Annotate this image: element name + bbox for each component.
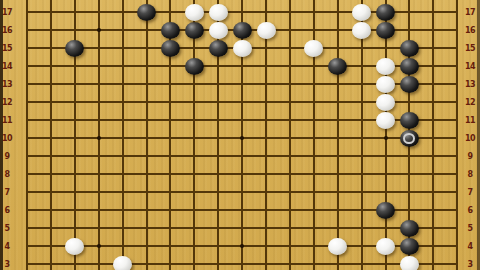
star-point [97,244,101,248]
go-stone-black-o14[interactable] [328,58,347,75]
go-stone-black-r5[interactable] [400,220,419,237]
last-move-circle-marker [403,133,415,144]
go-stone-black-r13[interactable] [400,76,419,93]
row-label-right: 10 [462,134,478,143]
row-label-right: 12 [462,98,478,107]
grid-line-vertical [26,0,28,270]
go-stone-white-j17[interactable] [209,4,228,21]
grid-line-horizontal [26,173,458,175]
grid-line-vertical [193,0,195,270]
row-label-right: 4 [462,242,478,251]
grid-line-horizontal [26,155,458,157]
star-point [97,136,101,140]
grid-line-vertical [98,0,100,270]
go-stone-black-g16[interactable] [161,22,180,39]
go-stone-white-l16[interactable] [257,22,276,39]
row-label-right: 5 [462,224,478,233]
screen-edge-left [0,0,3,270]
grid-line-vertical [456,0,458,270]
go-stone-white-q11[interactable] [376,112,395,129]
go-stone-white-r3[interactable] [400,256,419,270]
row-label-right: 15 [462,44,478,53]
grid-line-horizontal [26,263,458,265]
go-stone-black-r14[interactable] [400,58,419,75]
go-stone-black-g15[interactable] [161,40,180,57]
grid-line-vertical [122,0,124,270]
go-board-screen: 1717161615151414131312121111101099887766… [0,0,480,270]
go-board[interactable]: 1717161615151414131312121111101099887766… [0,0,480,270]
go-stone-black-r4[interactable] [400,238,419,255]
row-label-right: 9 [462,152,478,161]
star-point [240,136,244,140]
grid-line-vertical [146,0,148,270]
go-stone-black-r11[interactable] [400,112,419,129]
go-stone-white-q4[interactable] [376,238,395,255]
go-stone-black-k16[interactable] [233,22,252,39]
grid-line-vertical [265,0,267,270]
row-label-right: 3 [462,260,478,269]
row-label-right: 7 [462,188,478,197]
go-stone-black-r15[interactable] [400,40,419,57]
go-stone-black-r10[interactable] [400,130,419,147]
grid-line-vertical [385,0,387,270]
go-stone-white-c4[interactable] [65,238,84,255]
go-stone-black-c15[interactable] [65,40,84,57]
row-label-right: 13 [462,80,478,89]
go-stone-black-q16[interactable] [376,22,395,39]
row-label-right: 17 [462,8,478,17]
star-point [240,244,244,248]
go-stone-black-q17[interactable] [376,4,395,21]
go-stone-black-q6[interactable] [376,202,395,219]
star-point [97,28,101,32]
row-label-right: 14 [462,62,478,71]
go-stone-black-f17[interactable] [137,4,156,21]
star-point [384,136,388,140]
go-stone-white-k15[interactable] [233,40,252,57]
go-stone-white-n15[interactable] [304,40,323,57]
row-label-right: 8 [462,170,478,179]
go-stone-white-q14[interactable] [376,58,395,75]
go-stone-black-h16[interactable] [185,22,204,39]
go-stone-black-h14[interactable] [185,58,204,75]
go-stone-white-p17[interactable] [352,4,371,21]
go-stone-white-e3[interactable] [113,256,132,270]
grid-line-vertical [289,0,291,270]
go-stone-black-j15[interactable] [209,40,228,57]
go-stone-white-o4[interactable] [328,238,347,255]
grid-line-vertical [432,0,434,270]
go-stone-white-h17[interactable] [185,4,204,21]
go-stone-white-p16[interactable] [352,22,371,39]
go-stone-white-j16[interactable] [209,22,228,39]
grid-line-vertical [361,0,363,270]
row-label-right: 11 [462,116,478,125]
row-label-right: 16 [462,26,478,35]
go-stone-white-q12[interactable] [376,94,395,111]
grid-line-vertical [50,0,52,270]
go-stone-white-q13[interactable] [376,76,395,93]
grid-line-horizontal [26,191,458,193]
grid-line-vertical [337,0,339,270]
grid-line-horizontal [26,227,458,229]
row-label-right: 6 [462,206,478,215]
